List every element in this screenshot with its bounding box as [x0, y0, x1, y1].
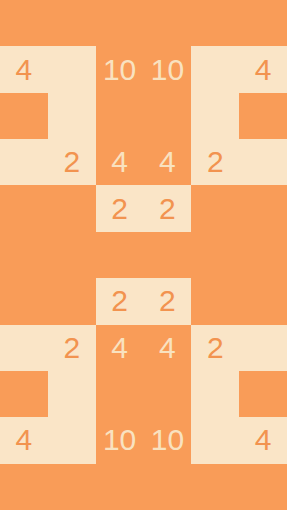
cell-number: 4 — [255, 55, 272, 85]
cell-r8-c2 — [96, 371, 144, 417]
cell-r9-c2[interactable]: 10 — [96, 417, 144, 463]
cell-r8-c3 — [143, 371, 191, 417]
cell-r7-c4[interactable]: 2 — [191, 325, 239, 371]
cell-number: 10 — [151, 55, 184, 85]
cell-r5-c1 — [48, 232, 96, 278]
cell-r10-c3 — [143, 464, 191, 510]
cell-r6-c5 — [239, 278, 287, 324]
cell-number: 2 — [207, 333, 224, 363]
cell-r7-c0 — [0, 325, 48, 371]
cell-r0-c3 — [143, 0, 191, 46]
cell-r8-c0 — [0, 371, 48, 417]
cell-number: 4 — [255, 425, 272, 455]
cell-number: 4 — [111, 147, 128, 177]
cell-r7-c5 — [239, 325, 287, 371]
cell-r8-c5 — [239, 371, 287, 417]
cell-r0-c1 — [48, 0, 96, 46]
cell-r1-c0[interactable]: 4 — [0, 46, 48, 92]
cell-r9-c0[interactable]: 4 — [0, 417, 48, 463]
cell-number: 2 — [207, 147, 224, 177]
cell-number: 2 — [159, 286, 176, 316]
cell-number: 4 — [111, 333, 128, 363]
puzzle-board: 410104244222222442410104 — [0, 0, 287, 510]
cell-r3-c3[interactable]: 4 — [143, 139, 191, 185]
cell-r2-c4 — [191, 93, 239, 139]
cell-r5-c3 — [143, 232, 191, 278]
cell-r9-c1 — [48, 417, 96, 463]
cell-r5-c0 — [0, 232, 48, 278]
cell-r1-c1 — [48, 46, 96, 92]
cell-r6-c0 — [0, 278, 48, 324]
cell-r1-c2[interactable]: 10 — [96, 46, 144, 92]
cell-r5-c4 — [191, 232, 239, 278]
cell-r2-c5 — [239, 93, 287, 139]
cell-r0-c4 — [191, 0, 239, 46]
cell-r1-c5[interactable]: 4 — [239, 46, 287, 92]
cell-r7-c1[interactable]: 2 — [48, 325, 96, 371]
cell-r2-c2 — [96, 93, 144, 139]
cell-r6-c1 — [48, 278, 96, 324]
cell-r2-c0 — [0, 93, 48, 139]
cell-r6-c3[interactable]: 2 — [143, 278, 191, 324]
cell-r9-c3[interactable]: 10 — [143, 417, 191, 463]
cell-r10-c0 — [0, 464, 48, 510]
cell-r9-c5[interactable]: 4 — [239, 417, 287, 463]
cell-r10-c1 — [48, 464, 96, 510]
cell-number: 10 — [103, 55, 136, 85]
cell-r1-c4 — [191, 46, 239, 92]
cell-number: 4 — [16, 425, 33, 455]
cell-r3-c2[interactable]: 4 — [96, 139, 144, 185]
cell-r9-c4 — [191, 417, 239, 463]
cell-number: 10 — [151, 425, 184, 455]
cell-r3-c1[interactable]: 2 — [48, 139, 96, 185]
cell-r8-c4 — [191, 371, 239, 417]
cell-number: 2 — [111, 286, 128, 316]
cell-number: 4 — [159, 333, 176, 363]
cell-r4-c4 — [191, 185, 239, 231]
cell-r10-c5 — [239, 464, 287, 510]
cell-r5-c2 — [96, 232, 144, 278]
cell-r3-c4[interactable]: 2 — [191, 139, 239, 185]
cell-r6-c2[interactable]: 2 — [96, 278, 144, 324]
cell-r4-c5 — [239, 185, 287, 231]
cell-r10-c4 — [191, 464, 239, 510]
cell-number: 2 — [111, 194, 128, 224]
cell-r6-c4 — [191, 278, 239, 324]
cell-r2-c3 — [143, 93, 191, 139]
cell-r7-c2[interactable]: 4 — [96, 325, 144, 371]
cell-number: 10 — [103, 425, 136, 455]
cell-number: 2 — [63, 333, 80, 363]
cell-r5-c5 — [239, 232, 287, 278]
cell-r0-c0 — [0, 0, 48, 46]
cell-r4-c2[interactable]: 2 — [96, 185, 144, 231]
cell-number: 2 — [159, 194, 176, 224]
cell-r4-c1 — [48, 185, 96, 231]
cell-number: 4 — [159, 147, 176, 177]
cell-r10-c2 — [96, 464, 144, 510]
cell-r4-c0 — [0, 185, 48, 231]
cell-r3-c5 — [239, 139, 287, 185]
cell-number: 4 — [16, 55, 33, 85]
cell-r0-c5 — [239, 0, 287, 46]
cell-r2-c1 — [48, 93, 96, 139]
cell-number: 2 — [63, 147, 80, 177]
cell-r4-c3[interactable]: 2 — [143, 185, 191, 231]
cell-r3-c0 — [0, 139, 48, 185]
cell-r0-c2 — [96, 0, 144, 46]
cell-r7-c3[interactable]: 4 — [143, 325, 191, 371]
cell-r1-c3[interactable]: 10 — [143, 46, 191, 92]
cell-r8-c1 — [48, 371, 96, 417]
